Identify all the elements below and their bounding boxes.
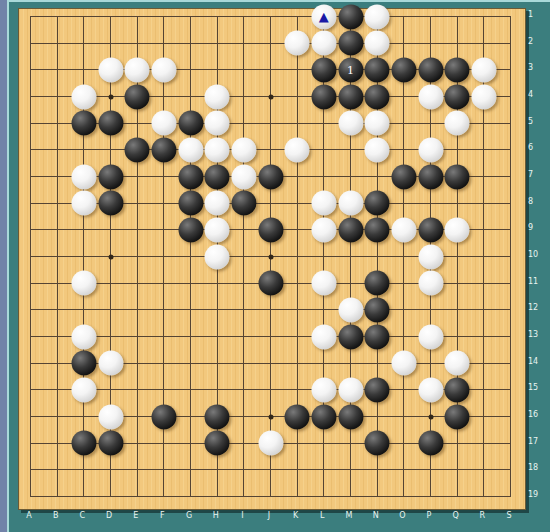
stone-black[interactable] <box>231 191 256 216</box>
stone-white[interactable] <box>231 137 256 162</box>
column-label: I <box>241 512 243 520</box>
column-label: P <box>427 512 432 520</box>
stone-black[interactable] <box>98 431 123 456</box>
stone-black[interactable] <box>418 164 443 189</box>
stone-black[interactable] <box>338 217 363 242</box>
stone-black[interactable] <box>98 111 123 136</box>
grid-line-horizontal <box>30 496 511 497</box>
row-label: 13 <box>528 331 538 339</box>
column-label: S <box>506 512 511 520</box>
stone-black[interactable] <box>338 31 363 56</box>
stone-black[interactable] <box>445 84 470 109</box>
stone-white[interactable] <box>205 111 230 136</box>
stone-white[interactable] <box>71 191 96 216</box>
stone-black[interactable] <box>365 217 390 242</box>
row-label: 18 <box>528 464 538 472</box>
stone-white[interactable] <box>285 31 310 56</box>
stone-black[interactable] <box>178 164 203 189</box>
stone-black[interactable] <box>125 84 150 109</box>
stone-black[interactable] <box>365 191 390 216</box>
stone-black[interactable] <box>71 351 96 376</box>
stone-black[interactable] <box>391 164 416 189</box>
stone-white[interactable] <box>71 164 96 189</box>
stone-white[interactable] <box>418 377 443 402</box>
stone-white[interactable]: ▲ <box>311 4 336 29</box>
stone-black[interactable]: 1 <box>338 57 363 82</box>
stone-white[interactable] <box>71 271 96 296</box>
grid-line-vertical <box>403 16 404 496</box>
grid-line-vertical <box>510 16 511 496</box>
column-label: C <box>80 512 86 520</box>
column-label: Q <box>453 512 459 520</box>
stone-black[interactable] <box>365 271 390 296</box>
star-point <box>268 254 273 259</box>
stone-white[interactable] <box>418 137 443 162</box>
row-label: 17 <box>528 438 538 446</box>
row-label: 15 <box>528 384 538 392</box>
star-point <box>428 414 433 419</box>
column-label: B <box>53 512 59 520</box>
stone-white[interactable] <box>391 217 416 242</box>
stone-black[interactable] <box>365 297 390 322</box>
stone-white[interactable] <box>471 57 496 82</box>
row-label: 16 <box>528 411 538 419</box>
row-label: 11 <box>528 278 538 286</box>
stone-black[interactable] <box>311 84 336 109</box>
stone-white[interactable] <box>365 111 390 136</box>
stone-white[interactable] <box>338 111 363 136</box>
grid-line-horizontal <box>30 309 511 310</box>
stone-white[interactable] <box>71 377 96 402</box>
stone-black[interactable] <box>418 57 443 82</box>
stone-white[interactable] <box>205 191 230 216</box>
go-game-screen: ▲1 ABCDEFGHIJKLMNOPQRS123456789101112131… <box>0 0 550 532</box>
stone-black[interactable] <box>178 111 203 136</box>
stone-black[interactable] <box>338 4 363 29</box>
stone-black[interactable] <box>365 324 390 349</box>
stone-white[interactable] <box>98 351 123 376</box>
column-label: M <box>346 512 353 520</box>
stone-white[interactable] <box>311 271 336 296</box>
stone-black[interactable] <box>178 191 203 216</box>
column-label: E <box>133 512 138 520</box>
stone-black[interactable] <box>71 111 96 136</box>
column-label: D <box>106 512 112 520</box>
go-board[interactable]: ▲1 <box>18 8 526 510</box>
stone-white[interactable] <box>311 377 336 402</box>
stone-black[interactable] <box>205 404 230 429</box>
stone-white[interactable] <box>445 111 470 136</box>
row-label: 14 <box>528 358 538 366</box>
stone-black[interactable] <box>98 191 123 216</box>
stone-black[interactable] <box>151 137 176 162</box>
column-label: O <box>399 512 405 520</box>
stone-black[interactable] <box>445 164 470 189</box>
star-point <box>268 414 273 419</box>
stone-black[interactable] <box>311 57 336 82</box>
stone-black[interactable] <box>365 377 390 402</box>
stone-black[interactable] <box>445 404 470 429</box>
row-label: 6 <box>528 144 533 152</box>
column-label: N <box>373 512 379 520</box>
stone-white[interactable] <box>311 31 336 56</box>
board-edge-highlight-top <box>7 0 550 2</box>
stone-white[interactable] <box>205 84 230 109</box>
column-label: L <box>320 512 324 520</box>
column-label: F <box>160 512 165 520</box>
stone-black[interactable] <box>151 404 176 429</box>
stone-black[interactable] <box>258 271 283 296</box>
grid-line-horizontal <box>30 469 511 470</box>
stone-white[interactable] <box>311 217 336 242</box>
stone-black[interactable] <box>391 57 416 82</box>
stone-white[interactable] <box>311 191 336 216</box>
move-number-label: 1 <box>347 64 354 75</box>
stone-white[interactable] <box>98 57 123 82</box>
stone-white[interactable] <box>365 31 390 56</box>
row-label: 10 <box>528 251 538 259</box>
stone-white[interactable] <box>258 431 283 456</box>
row-label: 9 <box>528 224 533 232</box>
stone-white[interactable] <box>71 84 96 109</box>
stone-black[interactable] <box>258 217 283 242</box>
stone-black[interactable] <box>98 164 123 189</box>
stone-white[interactable] <box>471 84 496 109</box>
stone-white[interactable] <box>205 137 230 162</box>
stone-black[interactable] <box>418 431 443 456</box>
row-label: 12 <box>528 304 538 312</box>
board-edge-highlight-left <box>7 0 9 532</box>
stone-black[interactable] <box>311 404 336 429</box>
stone-white[interactable] <box>98 404 123 429</box>
stone-black[interactable] <box>338 324 363 349</box>
star-point <box>268 94 273 99</box>
row-label: 5 <box>528 118 533 126</box>
stone-white[interactable] <box>205 244 230 269</box>
column-label: H <box>213 512 219 520</box>
stone-black[interactable] <box>258 164 283 189</box>
stone-black[interactable] <box>285 404 310 429</box>
stone-white[interactable] <box>151 57 176 82</box>
stone-black[interactable] <box>365 431 390 456</box>
column-label: R <box>480 512 486 520</box>
stone-black[interactable] <box>125 137 150 162</box>
column-label: A <box>26 512 31 520</box>
stone-white[interactable] <box>231 164 256 189</box>
stone-white[interactable] <box>418 271 443 296</box>
stone-black[interactable] <box>205 431 230 456</box>
stone-white[interactable] <box>365 137 390 162</box>
stone-white[interactable] <box>418 324 443 349</box>
star-point <box>108 254 113 259</box>
row-label: 8 <box>528 198 533 206</box>
stone-black[interactable] <box>418 217 443 242</box>
stone-white[interactable] <box>285 137 310 162</box>
window-edge-strip <box>0 0 7 532</box>
triangle-marker-icon: ▲ <box>319 9 329 22</box>
row-label: 19 <box>528 491 538 499</box>
stone-white[interactable] <box>71 324 96 349</box>
stone-white[interactable] <box>178 137 203 162</box>
stone-white[interactable] <box>445 217 470 242</box>
stone-black[interactable] <box>365 84 390 109</box>
stone-black[interactable] <box>178 217 203 242</box>
stone-white[interactable] <box>338 377 363 402</box>
column-label: J <box>268 512 270 520</box>
stone-white[interactable] <box>205 217 230 242</box>
star-point <box>108 94 113 99</box>
stone-white[interactable] <box>338 191 363 216</box>
stone-white[interactable] <box>418 244 443 269</box>
stone-white[interactable] <box>391 351 416 376</box>
stone-black[interactable] <box>445 57 470 82</box>
row-label: 2 <box>528 38 533 46</box>
column-label: G <box>186 512 192 520</box>
row-label: 3 <box>528 64 533 72</box>
stone-black[interactable] <box>338 84 363 109</box>
stone-white[interactable] <box>365 4 390 29</box>
row-label: 4 <box>528 91 533 99</box>
column-label: K <box>293 512 298 520</box>
stone-black[interactable] <box>445 377 470 402</box>
stone-white[interactable] <box>125 57 150 82</box>
stone-black[interactable] <box>71 431 96 456</box>
row-label: 7 <box>528 171 533 179</box>
stone-white[interactable] <box>338 297 363 322</box>
stone-black[interactable] <box>365 57 390 82</box>
stone-white[interactable] <box>311 324 336 349</box>
stone-black[interactable] <box>205 164 230 189</box>
row-label: 1 <box>528 11 533 19</box>
stone-white[interactable] <box>151 111 176 136</box>
stone-white[interactable] <box>445 351 470 376</box>
stone-black[interactable] <box>338 404 363 429</box>
stone-white[interactable] <box>418 84 443 109</box>
